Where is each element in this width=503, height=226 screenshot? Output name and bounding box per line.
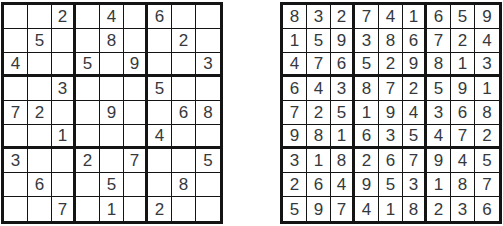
solution-cell-r1c5: 4 (379, 5, 403, 29)
puzzle-cell-r7c1: 3 (4, 149, 28, 173)
puzzle-cell-r1c4 (76, 5, 100, 29)
solution-cell-r1c9: 9 (475, 5, 499, 29)
solution-cell-r9c2: 9 (307, 197, 331, 221)
puzzle-cell-r5c9: 8 (196, 101, 220, 125)
puzzle-cell-r5c5: 9 (100, 101, 124, 125)
puzzle-cell-r8c2: 6 (28, 173, 52, 197)
solution-cell-r9c9: 6 (475, 197, 499, 221)
solution-cell-r7c4: 2 (355, 149, 379, 173)
puzzle-cell-r1c8 (172, 5, 196, 29)
puzzle-cell-r8c7 (148, 173, 172, 197)
puzzle-cell-r8c3 (52, 173, 76, 197)
solution-cell-r6c5: 3 (379, 125, 403, 149)
puzzle-cell-r4c2 (28, 77, 52, 101)
solution-cell-r9c5: 1 (379, 197, 403, 221)
solution-cell-r1c1: 8 (283, 5, 307, 29)
solution-cell-r1c6: 1 (403, 5, 427, 29)
solution-cell-r7c2: 1 (307, 149, 331, 173)
puzzle-cell-r4c1 (4, 77, 28, 101)
puzzle-cell-r2c2: 5 (28, 29, 52, 53)
puzzle-cell-r7c9: 5 (196, 149, 220, 173)
solution-cell-r1c3: 2 (331, 5, 355, 29)
puzzle-cell-r2c3 (52, 29, 76, 53)
puzzle-cell-r5c1: 7 (4, 101, 28, 125)
solution-cell-r4c3: 3 (331, 77, 355, 101)
solution-cell-r4c7: 5 (427, 77, 451, 101)
solution-cell-r4c4: 8 (355, 77, 379, 101)
solution-cell-r3c8: 1 (451, 53, 475, 77)
solution-cell-r8c5: 5 (379, 173, 403, 197)
solution-cell-r9c8: 3 (451, 197, 475, 221)
puzzle-cell-r9c4 (76, 197, 100, 221)
puzzle-cell-r7c6: 7 (124, 149, 148, 173)
puzzle-cell-r6c9 (196, 125, 220, 149)
puzzle-cell-r4c7: 5 (148, 77, 172, 101)
puzzle-cell-r8c9 (196, 173, 220, 197)
solution-cell-r3c4: 5 (355, 53, 379, 77)
solution-cell-r9c7: 2 (427, 197, 451, 221)
puzzle-cell-r4c9 (196, 77, 220, 101)
solution-cell-r8c7: 1 (427, 173, 451, 197)
puzzle-cell-r1c9 (196, 5, 220, 29)
solution-cell-r2c2: 5 (307, 29, 331, 53)
solution-cell-r6c7: 4 (427, 125, 451, 149)
solution-cell-r5c3: 5 (331, 101, 355, 125)
puzzle-cell-r8c8: 8 (172, 173, 196, 197)
puzzle-cell-r6c3: 1 (52, 125, 76, 149)
solution-cell-r1c7: 6 (427, 5, 451, 29)
solution-cell-r5c4: 1 (355, 101, 379, 125)
puzzle-cell-r3c5 (100, 53, 124, 77)
puzzle-cell-r6c5 (100, 125, 124, 149)
puzzle-cell-r9c3: 7 (52, 197, 76, 221)
solution-cell-r3c5: 2 (379, 53, 403, 77)
sudoku-solution-board: 8327416591593867244765298136438725917251… (280, 2, 502, 224)
puzzle-cell-r6c2 (28, 125, 52, 149)
solution-cell-r5c1: 7 (283, 101, 307, 125)
puzzle-cell-r2c8: 2 (172, 29, 196, 53)
solution-cell-r6c9: 2 (475, 125, 499, 149)
puzzle-cell-r3c8 (172, 53, 196, 77)
solution-cell-r2c3: 9 (331, 29, 355, 53)
solution-cell-r3c2: 7 (307, 53, 331, 77)
solution-cell-r4c9: 1 (475, 77, 499, 101)
solution-cell-r6c1: 9 (283, 125, 307, 149)
puzzle-cell-r5c6 (124, 101, 148, 125)
solution-cell-r7c1: 3 (283, 149, 307, 173)
puzzle-cell-r5c7 (148, 101, 172, 125)
puzzle-cell-r3c2 (28, 53, 52, 77)
solution-cell-r6c4: 6 (355, 125, 379, 149)
puzzle-cell-r5c8: 6 (172, 101, 196, 125)
puzzle-cell-r1c5: 4 (100, 5, 124, 29)
solution-cell-r5c7: 3 (427, 101, 451, 125)
solution-cell-r6c3: 1 (331, 125, 355, 149)
puzzle-cell-r8c5: 5 (100, 173, 124, 197)
solution-cell-r8c2: 6 (307, 173, 331, 197)
puzzle-cell-r3c9: 3 (196, 53, 220, 77)
puzzle-cell-r9c5: 1 (100, 197, 124, 221)
puzzle-cell-r9c9 (196, 197, 220, 221)
solution-cell-r3c6: 9 (403, 53, 427, 77)
puzzle-cell-r7c2 (28, 149, 52, 173)
puzzle-cell-r6c1 (4, 125, 28, 149)
solution-cell-r3c9: 3 (475, 53, 499, 77)
puzzle-cell-r8c6 (124, 173, 148, 197)
solution-cell-r4c2: 4 (307, 77, 331, 101)
puzzle-cell-r3c7 (148, 53, 172, 77)
puzzle-cell-r5c4 (76, 101, 100, 125)
solution-cell-r2c8: 2 (451, 29, 475, 53)
solution-cell-r5c5: 9 (379, 101, 403, 125)
solution-cell-r9c6: 8 (403, 197, 427, 221)
solution-cell-r8c1: 2 (283, 173, 307, 197)
puzzle-cell-r4c4 (76, 77, 100, 101)
solution-cell-r4c5: 7 (379, 77, 403, 101)
solution-cell-r5c8: 6 (451, 101, 475, 125)
puzzle-cell-r4c6 (124, 77, 148, 101)
sudoku-page: 24658245933572968143275658712 8327416591… (0, 0, 503, 226)
solution-cell-r3c1: 4 (283, 53, 307, 77)
puzzle-cell-r1c6 (124, 5, 148, 29)
solution-cell-r7c6: 7 (403, 149, 427, 173)
solution-cell-r7c9: 5 (475, 149, 499, 173)
solution-cell-r4c6: 2 (403, 77, 427, 101)
puzzle-cell-r9c2 (28, 197, 52, 221)
puzzle-cell-r6c8 (172, 125, 196, 149)
puzzle-cell-r2c9 (196, 29, 220, 53)
puzzle-cell-r3c1: 4 (4, 53, 28, 77)
puzzle-cell-r2c7 (148, 29, 172, 53)
puzzle-cell-r6c6 (124, 125, 148, 149)
sudoku-puzzle-board: 24658245933572968143275658712 (1, 2, 223, 224)
puzzle-cell-r5c3 (52, 101, 76, 125)
puzzle-cell-r3c4: 5 (76, 53, 100, 77)
solution-cell-r6c6: 5 (403, 125, 427, 149)
puzzle-cell-r7c7 (148, 149, 172, 173)
puzzle-cell-r1c2 (28, 5, 52, 29)
solution-cell-r6c2: 8 (307, 125, 331, 149)
puzzle-cell-r8c4 (76, 173, 100, 197)
solution-cell-r2c5: 8 (379, 29, 403, 53)
puzzle-cell-r8c1 (4, 173, 28, 197)
solution-cell-r2c7: 7 (427, 29, 451, 53)
puzzle-cell-r4c3: 3 (52, 77, 76, 101)
puzzle-cell-r9c7: 2 (148, 197, 172, 221)
solution-cell-r2c9: 4 (475, 29, 499, 53)
puzzle-cell-r4c8 (172, 77, 196, 101)
solution-cell-r2c4: 3 (355, 29, 379, 53)
puzzle-cell-r1c1 (4, 5, 28, 29)
solution-cell-r7c3: 8 (331, 149, 355, 173)
puzzle-cell-r1c7: 6 (148, 5, 172, 29)
solution-cell-r7c5: 6 (379, 149, 403, 173)
solution-cell-r2c6: 6 (403, 29, 427, 53)
puzzle-cell-r9c6 (124, 197, 148, 221)
puzzle-cell-r2c4 (76, 29, 100, 53)
puzzle-cell-r7c8 (172, 149, 196, 173)
solution-cell-r8c8: 8 (451, 173, 475, 197)
solution-cell-r8c9: 7 (475, 173, 499, 197)
solution-cell-r9c4: 4 (355, 197, 379, 221)
puzzle-cell-r3c3 (52, 53, 76, 77)
solution-cell-r5c9: 8 (475, 101, 499, 125)
solution-cell-r1c8: 5 (451, 5, 475, 29)
puzzle-cell-r7c4: 2 (76, 149, 100, 173)
solution-cell-r8c6: 3 (403, 173, 427, 197)
solution-cell-r8c3: 4 (331, 173, 355, 197)
puzzle-cell-r3c6: 9 (124, 53, 148, 77)
solution-cell-r9c3: 7 (331, 197, 355, 221)
solution-cell-r5c6: 4 (403, 101, 427, 125)
solution-cell-r1c4: 7 (355, 5, 379, 29)
solution-cell-r7c8: 4 (451, 149, 475, 173)
puzzle-cell-r6c4 (76, 125, 100, 149)
solution-cell-r4c8: 9 (451, 77, 475, 101)
solution-cell-r3c7: 8 (427, 53, 451, 77)
puzzle-cell-r1c3: 2 (52, 5, 76, 29)
solution-cell-r7c7: 9 (427, 149, 451, 173)
solution-cell-r8c4: 9 (355, 173, 379, 197)
solution-cell-r5c2: 2 (307, 101, 331, 125)
solution-cell-r1c2: 3 (307, 5, 331, 29)
solution-cell-r3c3: 6 (331, 53, 355, 77)
puzzle-cell-r5c2: 2 (28, 101, 52, 125)
solution-cell-r6c8: 7 (451, 125, 475, 149)
puzzle-cell-r6c7: 4 (148, 125, 172, 149)
solution-cell-r2c1: 1 (283, 29, 307, 53)
puzzle-cell-r4c5 (100, 77, 124, 101)
puzzle-cell-r2c1 (4, 29, 28, 53)
solution-cell-r4c1: 6 (283, 77, 307, 101)
puzzle-cell-r2c6 (124, 29, 148, 53)
solution-cell-r9c1: 5 (283, 197, 307, 221)
puzzle-cell-r2c5: 8 (100, 29, 124, 53)
puzzle-cell-r7c3 (52, 149, 76, 173)
puzzle-cell-r9c8 (172, 197, 196, 221)
puzzle-cell-r7c5 (100, 149, 124, 173)
puzzle-cell-r9c1 (4, 197, 28, 221)
